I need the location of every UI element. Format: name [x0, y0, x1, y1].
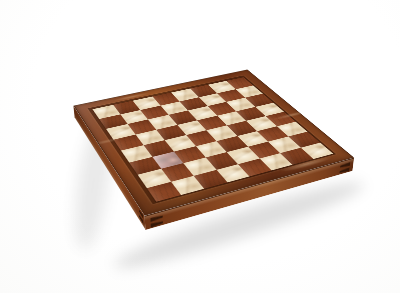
square-e1[interactable]: [238, 158, 271, 176]
square-b1[interactable]: [170, 176, 204, 196]
square-b5[interactable]: [135, 130, 165, 146]
square-f2[interactable]: [248, 142, 280, 159]
square-e2[interactable]: [227, 147, 259, 164]
square-h1[interactable]: [300, 142, 333, 159]
square-a2[interactable]: [138, 169, 171, 188]
square-a1[interactable]: [147, 182, 181, 202]
square-b4[interactable]: [143, 140, 174, 157]
square-a5[interactable]: [113, 134, 143, 150]
board-top-face: [73, 69, 354, 215]
square-g2[interactable]: [268, 137, 300, 153]
square-c4[interactable]: [165, 135, 196, 151]
dovetail-joint: [339, 167, 349, 173]
scene: [0, 0, 400, 293]
square-f3[interactable]: [237, 131, 268, 147]
photo-background: [0, 0, 400, 293]
square-h2[interactable]: [288, 132, 320, 148]
square-f1[interactable]: [259, 153, 292, 171]
square-c2[interactable]: [183, 158, 216, 176]
dovetail-joint: [151, 220, 163, 227]
square-c1[interactable]: [193, 170, 227, 189]
square-g1[interactable]: [280, 148, 313, 165]
square-b2[interactable]: [161, 163, 194, 181]
dovetail-joint: [340, 162, 350, 168]
square-a4[interactable]: [121, 145, 152, 162]
square-e3[interactable]: [216, 136, 247, 152]
square-d2[interactable]: [205, 152, 237, 170]
chessboard: [73, 69, 354, 215]
square-d1[interactable]: [216, 164, 250, 183]
square-a3[interactable]: [129, 157, 161, 175]
dovetail-joint: [150, 215, 162, 222]
square-c3[interactable]: [174, 146, 206, 163]
square-d4[interactable]: [186, 130, 216, 146]
square-b3[interactable]: [152, 151, 184, 169]
square-d3[interactable]: [195, 141, 226, 158]
